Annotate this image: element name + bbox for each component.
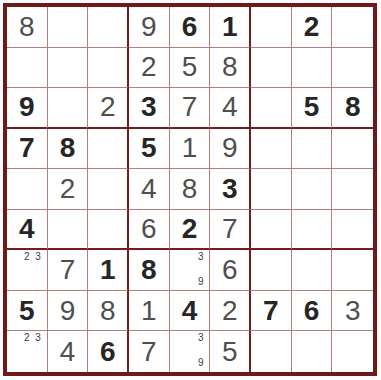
cell-r3c1[interactable]: 9 [7, 88, 48, 129]
given-digit: 3 [222, 175, 238, 203]
entered-digit: 3 [345, 297, 361, 325]
cell-r5c9[interactable] [332, 169, 373, 210]
entered-digit: 5 [222, 338, 238, 366]
pencil-mark: 3 [32, 251, 43, 263]
cell-r6c8[interactable] [292, 210, 333, 251]
cell-r1c9[interactable] [332, 7, 373, 48]
cell-r6c2[interactable] [48, 210, 89, 251]
cell-r5c2[interactable]: 2 [48, 169, 89, 210]
entered-digit: 2 [222, 297, 238, 325]
cell-r8c5[interactable]: 4 [170, 291, 211, 332]
entered-digit: 1 [141, 297, 157, 325]
cell-r4c7[interactable] [251, 129, 292, 170]
cell-r1c2[interactable] [48, 7, 89, 48]
cell-r7c1[interactable]: 23 [7, 250, 48, 291]
cell-r5c8[interactable] [292, 169, 333, 210]
given-digit: 5 [19, 297, 35, 325]
cell-r9c2[interactable]: 4 [48, 331, 89, 372]
cell-r1c6[interactable]: 1 [210, 7, 251, 48]
pencil-marks: 23 [10, 332, 44, 370]
entered-digit: 9 [141, 13, 157, 41]
cell-r8c8[interactable]: 6 [292, 291, 333, 332]
entered-digit: 8 [182, 175, 198, 203]
cell-r9c1[interactable]: 23 [7, 331, 48, 372]
given-digit: 7 [19, 134, 35, 162]
cell-r7c5[interactable]: 39 [170, 250, 211, 291]
given-digit: 5 [141, 134, 157, 162]
cell-r3c2[interactable] [48, 88, 89, 129]
cell-r2c5[interactable]: 5 [170, 48, 211, 89]
cell-r2c3[interactable] [88, 48, 129, 89]
entered-digit: 9 [222, 134, 238, 162]
entered-digit: 4 [222, 93, 238, 121]
given-digit: 2 [182, 215, 198, 243]
entered-digit: 9 [60, 297, 76, 325]
entered-digit: 2 [60, 175, 76, 203]
pencil-marks: 39 [173, 251, 207, 288]
cell-r9c3[interactable]: 6 [88, 331, 129, 372]
entered-digit: 6 [141, 215, 157, 243]
cell-r9c7[interactable] [251, 331, 292, 372]
entered-digit: 2 [100, 93, 116, 121]
cell-r3c9[interactable]: 8 [332, 88, 373, 129]
entered-digit: 4 [60, 338, 76, 366]
given-digit: 8 [141, 256, 157, 284]
cell-r9c9[interactable] [332, 331, 373, 372]
cell-r8c4[interactable]: 1 [129, 291, 170, 332]
pencil-mark: 3 [195, 332, 206, 345]
cell-r1c7[interactable] [251, 7, 292, 48]
cell-r6c3[interactable] [88, 210, 129, 251]
pencil-mark: 3 [32, 332, 43, 345]
cell-r6c7[interactable] [251, 210, 292, 251]
cell-r9c4[interactable]: 7 [129, 331, 170, 372]
cell-r2c6[interactable]: 8 [210, 48, 251, 89]
entered-digit: 5 [182, 53, 198, 81]
cell-r7c4[interactable]: 8 [129, 250, 170, 291]
cell-r5c5[interactable]: 8 [170, 169, 211, 210]
cell-r8c2[interactable]: 9 [48, 291, 89, 332]
cell-r7c7[interactable] [251, 250, 292, 291]
given-digit: 8 [60, 134, 76, 162]
pencil-mark: 2 [21, 332, 32, 345]
pencil-marks: 39 [173, 332, 207, 370]
cell-r1c4[interactable]: 9 [129, 7, 170, 48]
cell-r6c4[interactable]: 6 [129, 210, 170, 251]
cell-r3c4[interactable]: 3 [129, 88, 170, 129]
cell-r5c3[interactable] [88, 169, 129, 210]
given-digit: 1 [100, 256, 116, 284]
entered-digit: 8 [100, 297, 116, 325]
cell-r1c8[interactable]: 2 [292, 7, 333, 48]
cell-r6c6[interactable]: 7 [210, 210, 251, 251]
cell-r6c1[interactable]: 4 [7, 210, 48, 251]
entered-digit: 2 [141, 53, 157, 81]
sudoku-board: 8961225892374587851924834627237183965981… [3, 3, 377, 376]
cell-r5c4[interactable]: 4 [129, 169, 170, 210]
sudoku-page: 8961225892374587851924834627237183965981… [0, 0, 381, 380]
cell-r3c7[interactable] [251, 88, 292, 129]
cell-r9c8[interactable] [292, 331, 333, 372]
cell-r2c2[interactable] [48, 48, 89, 89]
given-digit: 9 [19, 93, 35, 121]
given-digit: 7 [263, 297, 279, 325]
cell-r3c5[interactable]: 7 [170, 88, 211, 129]
entered-digit: 7 [60, 256, 76, 284]
entered-digit: 6 [222, 256, 238, 284]
cell-r4c5[interactable]: 1 [170, 129, 211, 170]
entered-digit: 8 [222, 53, 238, 81]
cell-r9c6[interactable]: 5 [210, 331, 251, 372]
cell-r3c3[interactable]: 2 [88, 88, 129, 129]
given-digit: 4 [19, 215, 35, 243]
cell-r7c8[interactable] [292, 250, 333, 291]
cell-r7c9[interactable] [332, 250, 373, 291]
cell-r4c1[interactable]: 7 [7, 129, 48, 170]
cell-r7c6[interactable]: 6 [210, 250, 251, 291]
pencil-mark: 3 [195, 251, 206, 263]
cell-r6c5[interactable]: 2 [170, 210, 211, 251]
cell-r3c8[interactable]: 5 [292, 88, 333, 129]
cell-r4c4[interactable]: 5 [129, 129, 170, 170]
cell-r4c6[interactable]: 9 [210, 129, 251, 170]
entered-digit: 7 [222, 215, 238, 243]
cell-r5c7[interactable] [251, 169, 292, 210]
given-digit: 8 [345, 93, 361, 121]
entered-digit: 7 [141, 338, 157, 366]
given-digit: 6 [182, 13, 198, 41]
pencil-mark: 9 [195, 276, 206, 288]
cell-r1c5[interactable]: 6 [170, 7, 211, 48]
cell-r4c3[interactable] [88, 129, 129, 170]
cell-r8c6[interactable]: 2 [210, 291, 251, 332]
cell-r2c8[interactable] [292, 48, 333, 89]
entered-digit: 4 [141, 175, 157, 203]
cell-r8c7[interactable]: 7 [251, 291, 292, 332]
cell-r2c7[interactable] [251, 48, 292, 89]
cell-r2c1[interactable] [7, 48, 48, 89]
cell-r9c5[interactable]: 39 [170, 331, 211, 372]
cell-r4c9[interactable] [332, 129, 373, 170]
pencil-mark: 9 [195, 357, 206, 370]
pencil-mark: 2 [21, 251, 32, 263]
given-digit: 1 [222, 13, 238, 41]
given-digit: 6 [304, 297, 320, 325]
cell-r8c3[interactable]: 8 [88, 291, 129, 332]
cell-r4c2[interactable]: 8 [48, 129, 89, 170]
cell-r5c6[interactable]: 3 [210, 169, 251, 210]
pencil-marks: 23 [10, 251, 44, 288]
given-digit: 2 [304, 13, 320, 41]
given-digit: 4 [182, 297, 198, 325]
entered-digit: 1 [182, 134, 198, 162]
entered-digit: 7 [182, 93, 198, 121]
cell-r8c1[interactable]: 5 [7, 291, 48, 332]
cell-r1c3[interactable] [88, 7, 129, 48]
given-digit: 3 [141, 93, 157, 121]
cell-r2c4[interactable]: 2 [129, 48, 170, 89]
cell-r7c3[interactable]: 1 [88, 250, 129, 291]
cell-r7c2[interactable]: 7 [48, 250, 89, 291]
cell-r6c9[interactable] [332, 210, 373, 251]
given-digit: 5 [304, 93, 320, 121]
given-digit: 6 [100, 338, 116, 366]
cell-r4c8[interactable] [292, 129, 333, 170]
cell-r2c9[interactable] [332, 48, 373, 89]
cell-r8c9[interactable]: 3 [332, 291, 373, 332]
cell-r3c6[interactable]: 4 [210, 88, 251, 129]
cell-r5c1[interactable] [7, 169, 48, 210]
cell-r1c1[interactable]: 8 [7, 7, 48, 48]
entered-digit: 8 [19, 13, 35, 41]
